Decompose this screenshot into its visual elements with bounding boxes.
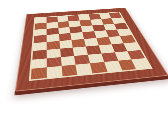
chess-board <box>15 8 168 92</box>
square-a1 <box>31 68 47 80</box>
product-photo[interactable] <box>0 0 168 119</box>
board-grid <box>31 12 151 79</box>
square-b1 <box>47 66 63 78</box>
board-frame <box>29 12 153 81</box>
square-c1 <box>61 65 77 77</box>
